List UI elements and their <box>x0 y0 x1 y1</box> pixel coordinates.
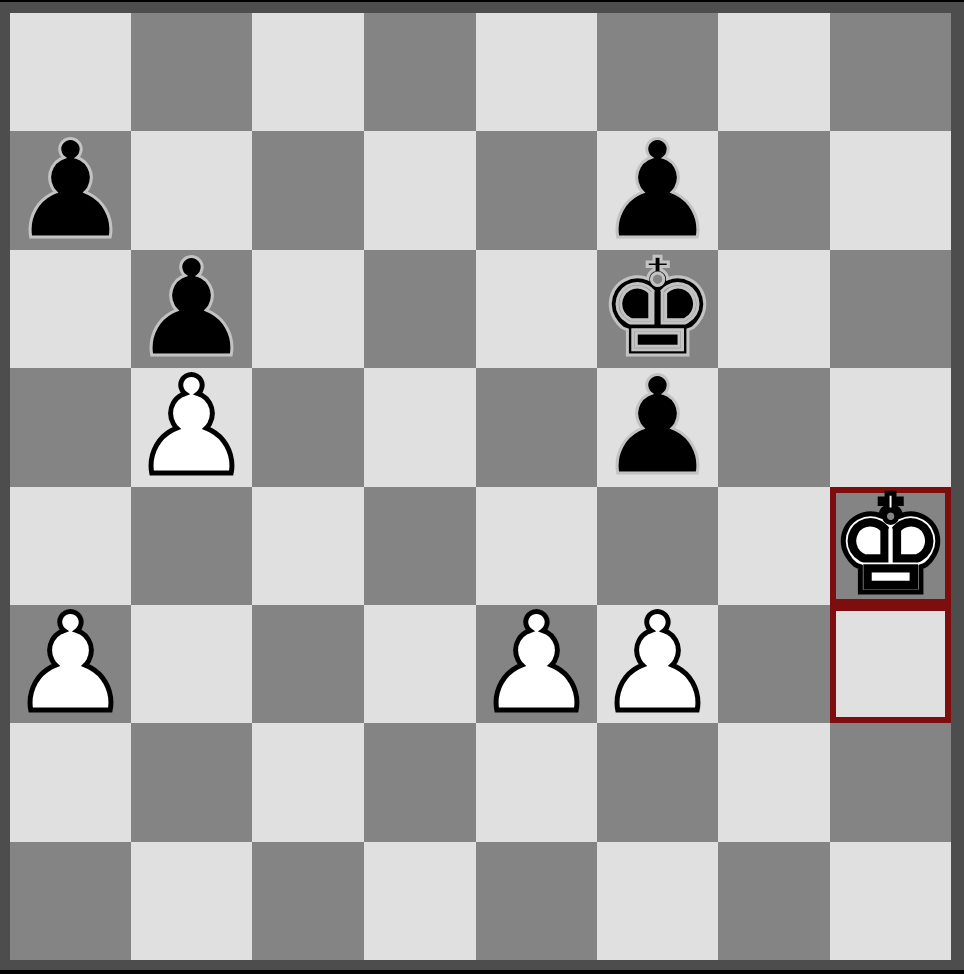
chess-board: ♟♟♟♚♟♟♚♟♟♟ <box>10 13 951 960</box>
square-h4[interactable]: ♚ <box>830 487 951 605</box>
square-e5[interactable] <box>476 368 597 486</box>
square-a3[interactable]: ♟ <box>10 605 131 723</box>
square-g3[interactable] <box>718 605 830 723</box>
square-g4[interactable] <box>718 487 830 605</box>
square-a7[interactable]: ♟ <box>10 131 131 249</box>
piece-white-king-h4[interactable]: ♚ <box>830 487 951 605</box>
square-b5[interactable]: ♟ <box>131 368 252 486</box>
square-e8[interactable] <box>476 13 597 131</box>
square-g7[interactable] <box>718 131 830 249</box>
square-f5[interactable]: ♟ <box>597 368 718 486</box>
square-g6[interactable] <box>718 250 830 368</box>
square-e1[interactable] <box>476 842 597 960</box>
square-a2[interactable] <box>10 723 131 841</box>
square-d4[interactable] <box>364 487 476 605</box>
square-c2[interactable] <box>252 723 364 841</box>
square-c1[interactable] <box>252 842 364 960</box>
square-c4[interactable] <box>252 487 364 605</box>
square-c6[interactable] <box>252 250 364 368</box>
square-e6[interactable] <box>476 250 597 368</box>
square-e2[interactable] <box>476 723 597 841</box>
square-d2[interactable] <box>364 723 476 841</box>
piece-black-pawn-a7[interactable]: ♟ <box>10 132 131 250</box>
square-g2[interactable] <box>718 723 830 841</box>
square-h6[interactable] <box>830 250 951 368</box>
piece-white-pawn-f3[interactable]: ♟ <box>597 605 718 723</box>
square-a6[interactable] <box>10 250 131 368</box>
piece-white-pawn-a3[interactable]: ♟ <box>10 605 131 723</box>
piece-white-pawn-b5[interactable]: ♟ <box>131 368 252 486</box>
square-b3[interactable] <box>131 605 252 723</box>
square-d3[interactable] <box>364 605 476 723</box>
square-b2[interactable] <box>131 723 252 841</box>
square-c3[interactable] <box>252 605 364 723</box>
square-d6[interactable] <box>364 250 476 368</box>
square-h3[interactable] <box>830 605 951 723</box>
square-h8[interactable] <box>830 13 951 131</box>
square-b8[interactable] <box>131 13 252 131</box>
square-h1[interactable] <box>830 842 951 960</box>
square-e3[interactable]: ♟ <box>476 605 597 723</box>
square-e7[interactable] <box>476 131 597 249</box>
square-d5[interactable] <box>364 368 476 486</box>
square-c8[interactable] <box>252 13 364 131</box>
piece-black-pawn-f5[interactable]: ♟ <box>597 368 718 486</box>
square-a1[interactable] <box>10 842 131 960</box>
square-f2[interactable] <box>597 723 718 841</box>
square-a5[interactable] <box>10 368 131 486</box>
square-b1[interactable] <box>131 842 252 960</box>
square-g8[interactable] <box>718 13 830 131</box>
square-h2[interactable] <box>830 723 951 841</box>
square-d8[interactable] <box>364 13 476 131</box>
square-h7[interactable] <box>830 131 951 249</box>
square-g1[interactable] <box>718 842 830 960</box>
square-d1[interactable] <box>364 842 476 960</box>
board-frame: ♟♟♟♚♟♟♚♟♟♟ <box>0 2 964 970</box>
square-f1[interactable] <box>597 842 718 960</box>
square-d7[interactable] <box>364 131 476 249</box>
square-b4[interactable] <box>131 487 252 605</box>
square-f3[interactable]: ♟ <box>597 605 718 723</box>
square-c7[interactable] <box>252 131 364 249</box>
piece-white-pawn-e3[interactable]: ♟ <box>476 605 597 723</box>
square-g5[interactable] <box>718 368 830 486</box>
square-c5[interactable] <box>252 368 364 486</box>
